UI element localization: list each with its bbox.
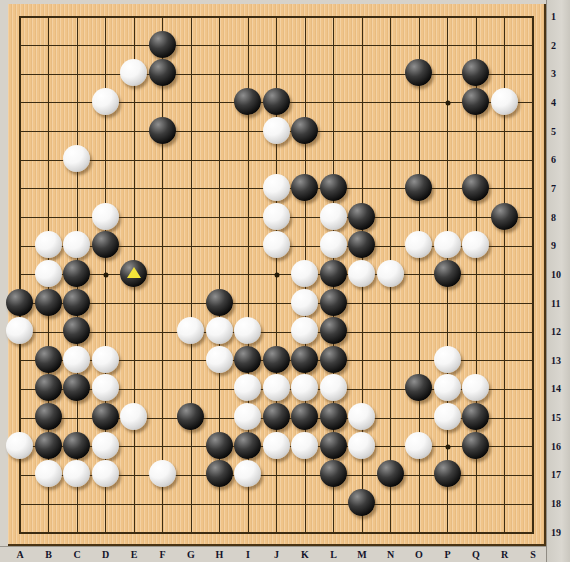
white-stone-N10 bbox=[377, 260, 404, 287]
white-stone-A12 bbox=[6, 317, 33, 344]
row-label-13: 13 bbox=[551, 355, 561, 366]
black-stone-R8 bbox=[491, 203, 518, 230]
black-stone-B15 bbox=[35, 403, 62, 430]
black-stone-Q16 bbox=[462, 432, 489, 459]
black-stone-C12 bbox=[63, 317, 90, 344]
row-label-7: 7 bbox=[551, 183, 556, 194]
row-label-14: 14 bbox=[551, 383, 561, 394]
white-stone-J16 bbox=[263, 432, 290, 459]
black-stone-Q3 bbox=[462, 59, 489, 86]
column-label-P: P bbox=[444, 549, 450, 560]
white-stone-M15 bbox=[348, 403, 375, 430]
black-stone-P17 bbox=[434, 460, 461, 487]
black-stone-L16 bbox=[320, 432, 347, 459]
black-stone-E10 bbox=[120, 260, 147, 287]
black-stone-I13 bbox=[234, 346, 261, 373]
white-stone-P15 bbox=[434, 403, 461, 430]
black-stone-K7 bbox=[291, 174, 318, 201]
white-stone-C17 bbox=[63, 460, 90, 487]
white-stone-K12 bbox=[291, 317, 318, 344]
black-stone-D15 bbox=[92, 403, 119, 430]
star-point bbox=[445, 444, 450, 449]
black-stone-L10 bbox=[320, 260, 347, 287]
column-label-E: E bbox=[131, 549, 138, 560]
white-stone-P13 bbox=[434, 346, 461, 373]
black-stone-K15 bbox=[291, 403, 318, 430]
black-stone-G15 bbox=[177, 403, 204, 430]
white-stone-D13 bbox=[92, 346, 119, 373]
black-stone-B13 bbox=[35, 346, 62, 373]
grid-line-vertical bbox=[532, 16, 534, 534]
white-stone-Q9 bbox=[462, 231, 489, 258]
go-board[interactable] bbox=[8, 4, 546, 546]
row-label-10: 10 bbox=[551, 269, 561, 280]
column-label-K: K bbox=[301, 549, 309, 560]
black-stone-O14 bbox=[405, 374, 432, 401]
row-label-15: 15 bbox=[551, 412, 561, 423]
row-label-17: 17 bbox=[551, 469, 561, 480]
black-stone-H11 bbox=[206, 289, 233, 316]
black-stone-O3 bbox=[405, 59, 432, 86]
row-label-6: 6 bbox=[551, 154, 556, 165]
white-stone-F17 bbox=[149, 460, 176, 487]
row-label-16: 16 bbox=[551, 441, 561, 452]
white-stone-P9 bbox=[434, 231, 461, 258]
column-label-Q: Q bbox=[472, 549, 480, 560]
black-stone-D9 bbox=[92, 231, 119, 258]
black-stone-M8 bbox=[348, 203, 375, 230]
row-label-19: 19 bbox=[551, 527, 561, 538]
black-stone-L11 bbox=[320, 289, 347, 316]
white-stone-A16 bbox=[6, 432, 33, 459]
white-stone-L9 bbox=[320, 231, 347, 258]
black-stone-M9 bbox=[348, 231, 375, 258]
column-label-L: L bbox=[330, 549, 337, 560]
white-stone-P14 bbox=[434, 374, 461, 401]
last-move-triangle-marker bbox=[127, 267, 141, 278]
column-label-J: J bbox=[274, 549, 279, 560]
column-label-I: I bbox=[246, 549, 250, 560]
row-label-5: 5 bbox=[551, 126, 556, 137]
black-stone-Q4 bbox=[462, 88, 489, 115]
black-stone-F5 bbox=[149, 117, 176, 144]
black-stone-Q7 bbox=[462, 174, 489, 201]
white-stone-E3 bbox=[120, 59, 147, 86]
white-stone-K10 bbox=[291, 260, 318, 287]
black-stone-K5 bbox=[291, 117, 318, 144]
row-label-9: 9 bbox=[551, 240, 556, 251]
column-label-F: F bbox=[159, 549, 165, 560]
white-stone-C13 bbox=[63, 346, 90, 373]
star-point bbox=[103, 272, 108, 277]
white-stone-K14 bbox=[291, 374, 318, 401]
column-label-A: A bbox=[16, 549, 23, 560]
white-stone-J7 bbox=[263, 174, 290, 201]
column-label-M: M bbox=[357, 549, 366, 560]
row-label-3: 3 bbox=[551, 68, 556, 79]
row-label-2: 2 bbox=[551, 40, 556, 51]
black-stone-Q15 bbox=[462, 403, 489, 430]
black-stone-H17 bbox=[206, 460, 233, 487]
white-stone-D8 bbox=[92, 203, 119, 230]
black-stone-B16 bbox=[35, 432, 62, 459]
white-stone-H13 bbox=[206, 346, 233, 373]
black-stone-B14 bbox=[35, 374, 62, 401]
column-label-C: C bbox=[73, 549, 80, 560]
black-stone-F3 bbox=[149, 59, 176, 86]
star-point bbox=[445, 100, 450, 105]
white-stone-J5 bbox=[263, 117, 290, 144]
row-label-4: 4 bbox=[551, 97, 556, 108]
black-stone-K13 bbox=[291, 346, 318, 373]
white-stone-J14 bbox=[263, 374, 290, 401]
white-stone-B9 bbox=[35, 231, 62, 258]
white-stone-R4 bbox=[491, 88, 518, 115]
white-stone-D14 bbox=[92, 374, 119, 401]
black-stone-I16 bbox=[234, 432, 261, 459]
white-stone-C9 bbox=[63, 231, 90, 258]
black-stone-L17 bbox=[320, 460, 347, 487]
white-stone-M16 bbox=[348, 432, 375, 459]
black-stone-B11 bbox=[35, 289, 62, 316]
column-label-strip bbox=[0, 546, 570, 562]
white-stone-D17 bbox=[92, 460, 119, 487]
white-stone-I14 bbox=[234, 374, 261, 401]
black-stone-C11 bbox=[63, 289, 90, 316]
black-stone-L7 bbox=[320, 174, 347, 201]
white-stone-J9 bbox=[263, 231, 290, 258]
white-stone-H12 bbox=[206, 317, 233, 344]
white-stone-M10 bbox=[348, 260, 375, 287]
black-stone-H16 bbox=[206, 432, 233, 459]
row-label-1: 1 bbox=[551, 11, 556, 22]
black-stone-C10 bbox=[63, 260, 90, 287]
white-stone-I17 bbox=[234, 460, 261, 487]
black-stone-L12 bbox=[320, 317, 347, 344]
white-stone-I12 bbox=[234, 317, 261, 344]
white-stone-D16 bbox=[92, 432, 119, 459]
white-stone-J8 bbox=[263, 203, 290, 230]
white-stone-L14 bbox=[320, 374, 347, 401]
white-stone-B17 bbox=[35, 460, 62, 487]
row-label-11: 11 bbox=[551, 298, 560, 309]
grid-line-horizontal bbox=[19, 303, 534, 304]
column-label-H: H bbox=[216, 549, 224, 560]
white-stone-B10 bbox=[35, 260, 62, 287]
white-stone-E15 bbox=[120, 403, 147, 430]
row-label-8: 8 bbox=[551, 212, 556, 223]
black-stone-O7 bbox=[405, 174, 432, 201]
black-stone-P10 bbox=[434, 260, 461, 287]
white-stone-K16 bbox=[291, 432, 318, 459]
grid-line-horizontal bbox=[19, 532, 534, 534]
black-stone-C16 bbox=[63, 432, 90, 459]
grid-line-horizontal bbox=[19, 332, 534, 333]
white-stone-D4 bbox=[92, 88, 119, 115]
column-label-O: O bbox=[415, 549, 423, 560]
column-label-D: D bbox=[102, 549, 109, 560]
white-stone-C6 bbox=[63, 145, 90, 172]
black-stone-J4 bbox=[263, 88, 290, 115]
white-stone-K11 bbox=[291, 289, 318, 316]
star-point bbox=[274, 272, 279, 277]
row-label-18: 18 bbox=[551, 498, 561, 509]
white-stone-G12 bbox=[177, 317, 204, 344]
white-stone-I15 bbox=[234, 403, 261, 430]
black-stone-F2 bbox=[149, 31, 176, 58]
black-stone-A11 bbox=[6, 289, 33, 316]
row-label-12: 12 bbox=[551, 326, 561, 337]
black-stone-N17 bbox=[377, 460, 404, 487]
black-stone-J13 bbox=[263, 346, 290, 373]
white-stone-Q14 bbox=[462, 374, 489, 401]
white-stone-O16 bbox=[405, 432, 432, 459]
black-stone-I4 bbox=[234, 88, 261, 115]
white-stone-O9 bbox=[405, 231, 432, 258]
column-label-R: R bbox=[501, 549, 508, 560]
black-stone-L13 bbox=[320, 346, 347, 373]
column-label-B: B bbox=[45, 549, 52, 560]
black-stone-C14 bbox=[63, 374, 90, 401]
column-label-G: G bbox=[187, 549, 195, 560]
column-label-S: S bbox=[530, 549, 536, 560]
go-app-window: ABCDEFGHIJKLMNOPQRS123456789101112131415… bbox=[0, 0, 570, 562]
white-stone-L8 bbox=[320, 203, 347, 230]
black-stone-M18 bbox=[348, 489, 375, 516]
grid-line-horizontal bbox=[19, 504, 534, 505]
column-label-N: N bbox=[387, 549, 394, 560]
black-stone-J15 bbox=[263, 403, 290, 430]
black-stone-L15 bbox=[320, 403, 347, 430]
